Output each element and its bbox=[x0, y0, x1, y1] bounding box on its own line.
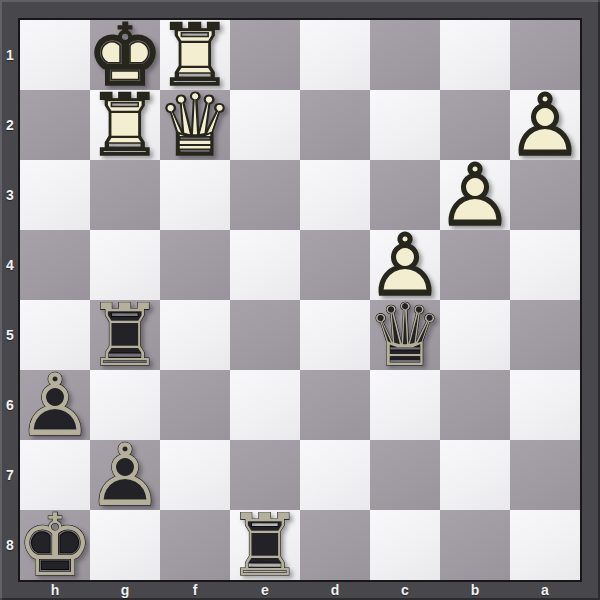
white-queen-outline-glyph: ♕ bbox=[160, 90, 230, 160]
square-c6[interactable] bbox=[370, 370, 440, 440]
black-queen-outline-glyph: ♕ bbox=[370, 300, 440, 370]
square-e3[interactable] bbox=[230, 160, 300, 230]
black-rook-outline-glyph: ♖ bbox=[90, 300, 160, 370]
square-c5[interactable]: ♛♕ bbox=[370, 300, 440, 370]
square-f5[interactable] bbox=[160, 300, 230, 370]
piece-black-pawn[interactable]: ♟♙ bbox=[90, 440, 160, 510]
square-h4[interactable] bbox=[20, 230, 90, 300]
square-d6[interactable] bbox=[300, 370, 370, 440]
white-rook-outline-glyph: ♖ bbox=[90, 90, 160, 160]
square-g8[interactable] bbox=[90, 510, 160, 580]
square-g7[interactable]: ♟♙ bbox=[90, 440, 160, 510]
square-a2[interactable]: ♟♙ bbox=[510, 90, 580, 160]
square-e5[interactable] bbox=[230, 300, 300, 370]
square-d5[interactable] bbox=[300, 300, 370, 370]
square-h1[interactable] bbox=[20, 20, 90, 90]
rank-label-3: 3 bbox=[0, 160, 20, 230]
square-g3[interactable] bbox=[90, 160, 160, 230]
piece-black-king[interactable]: ♚♔ bbox=[20, 510, 90, 580]
square-c7[interactable] bbox=[370, 440, 440, 510]
square-f7[interactable] bbox=[160, 440, 230, 510]
square-e8[interactable]: ♜♖ bbox=[230, 510, 300, 580]
square-a6[interactable] bbox=[510, 370, 580, 440]
square-d4[interactable] bbox=[300, 230, 370, 300]
square-c8[interactable] bbox=[370, 510, 440, 580]
square-b5[interactable] bbox=[440, 300, 510, 370]
square-h6[interactable]: ♟♙ bbox=[20, 370, 90, 440]
square-b7[interactable] bbox=[440, 440, 510, 510]
square-d8[interactable] bbox=[300, 510, 370, 580]
piece-white-pawn[interactable]: ♟♙ bbox=[440, 160, 510, 230]
square-c1[interactable] bbox=[370, 20, 440, 90]
square-f4[interactable] bbox=[160, 230, 230, 300]
square-a4[interactable] bbox=[510, 230, 580, 300]
square-f2[interactable]: ♛♕ bbox=[160, 90, 230, 160]
square-h3[interactable] bbox=[20, 160, 90, 230]
chess-board[interactable]: ♚♔♜♖♜♖♛♕♟♙♟♙♟♙♜♖♛♕♟♙♟♙♚♔♜♖ bbox=[20, 20, 580, 580]
square-e1[interactable] bbox=[230, 20, 300, 90]
square-a8[interactable] bbox=[510, 510, 580, 580]
square-g2[interactable]: ♜♖ bbox=[90, 90, 160, 160]
square-a3[interactable] bbox=[510, 160, 580, 230]
file-label-g: g bbox=[90, 580, 160, 600]
square-f8[interactable] bbox=[160, 510, 230, 580]
rank-label-2: 2 bbox=[0, 90, 20, 160]
square-b6[interactable] bbox=[440, 370, 510, 440]
black-rook-outline-glyph: ♖ bbox=[230, 510, 300, 580]
piece-black-pawn[interactable]: ♟♙ bbox=[20, 370, 90, 440]
rank-label-1: 1 bbox=[0, 20, 20, 90]
file-label-b: b bbox=[440, 580, 510, 600]
white-pawn-outline-glyph: ♙ bbox=[510, 90, 580, 160]
board-frame: 12345678 hgfedcba ♚♔♜♖♜♖♛♕♟♙♟♙♟♙♜♖♛♕♟♙♟♙… bbox=[0, 0, 600, 600]
square-a7[interactable] bbox=[510, 440, 580, 510]
square-c2[interactable] bbox=[370, 90, 440, 160]
square-d1[interactable] bbox=[300, 20, 370, 90]
square-b4[interactable] bbox=[440, 230, 510, 300]
square-d7[interactable] bbox=[300, 440, 370, 510]
square-a5[interactable] bbox=[510, 300, 580, 370]
square-b1[interactable] bbox=[440, 20, 510, 90]
square-b8[interactable] bbox=[440, 510, 510, 580]
piece-black-queen[interactable]: ♛♕ bbox=[370, 300, 440, 370]
square-h2[interactable] bbox=[20, 90, 90, 160]
black-pawn-outline-glyph: ♙ bbox=[20, 370, 90, 440]
black-pawn-outline-glyph: ♙ bbox=[90, 440, 160, 510]
black-king-outline-glyph: ♔ bbox=[20, 510, 90, 580]
file-label-d: d bbox=[300, 580, 370, 600]
square-f6[interactable] bbox=[160, 370, 230, 440]
white-pawn-outline-glyph: ♙ bbox=[440, 160, 510, 230]
square-e6[interactable] bbox=[230, 370, 300, 440]
piece-white-pawn[interactable]: ♟♙ bbox=[510, 90, 580, 160]
square-h8[interactable]: ♚♔ bbox=[20, 510, 90, 580]
piece-black-rook[interactable]: ♜♖ bbox=[230, 510, 300, 580]
square-d2[interactable] bbox=[300, 90, 370, 160]
rank-label-4: 4 bbox=[0, 230, 20, 300]
square-d3[interactable] bbox=[300, 160, 370, 230]
square-e2[interactable] bbox=[230, 90, 300, 160]
square-g5[interactable]: ♜♖ bbox=[90, 300, 160, 370]
file-label-c: c bbox=[370, 580, 440, 600]
piece-white-rook[interactable]: ♜♖ bbox=[90, 90, 160, 160]
square-f3[interactable] bbox=[160, 160, 230, 230]
file-label-f: f bbox=[160, 580, 230, 600]
file-label-a: a bbox=[510, 580, 580, 600]
piece-white-queen[interactable]: ♛♕ bbox=[160, 90, 230, 160]
piece-black-rook[interactable]: ♜♖ bbox=[90, 300, 160, 370]
square-e4[interactable] bbox=[230, 230, 300, 300]
square-b3[interactable]: ♟♙ bbox=[440, 160, 510, 230]
